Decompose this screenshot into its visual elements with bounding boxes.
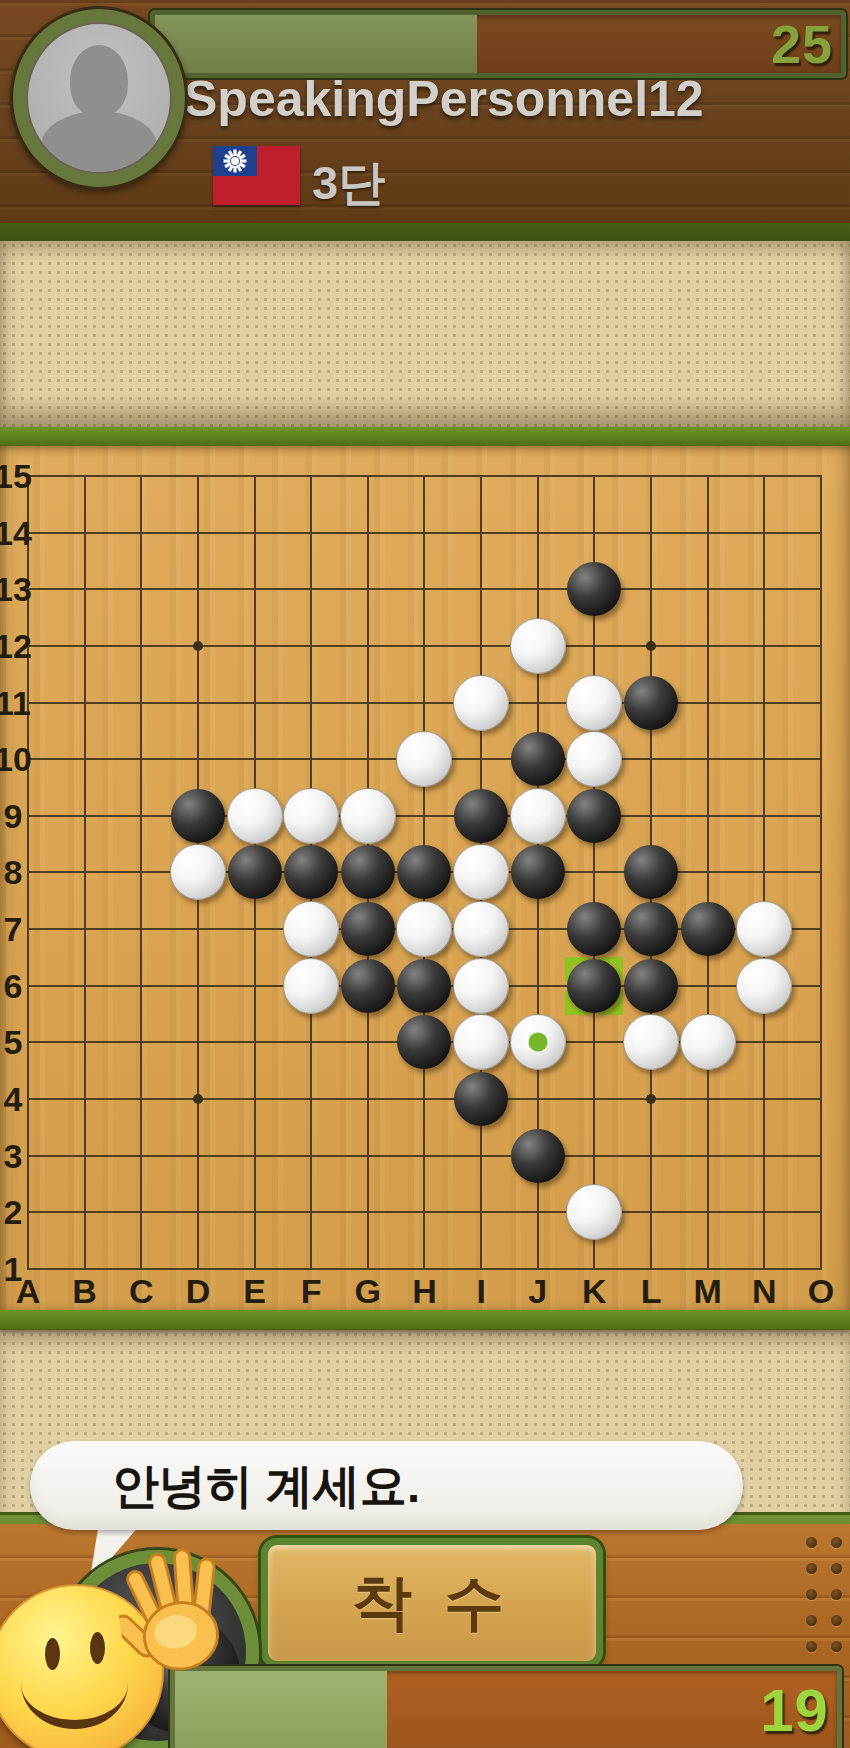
wood-screw-dot	[806, 1589, 817, 1600]
grid-horizontal-line	[27, 1155, 822, 1157]
opponent-timer-bar: 25	[150, 10, 846, 78]
grid-vertical-line	[820, 475, 822, 1270]
white-stone-D8	[170, 844, 226, 900]
wood-screw-dot	[831, 1641, 842, 1652]
black-stone-G7	[341, 902, 395, 956]
black-stone-G6	[341, 959, 395, 1013]
row-label-12: 12	[0, 626, 32, 665]
black-stone-I4	[454, 1072, 508, 1126]
wood-screw-dot	[831, 1537, 842, 1548]
player-timer-bar: 19	[170, 1666, 842, 1748]
opponent-timer-fill	[155, 15, 477, 73]
column-label-O: O	[808, 1271, 834, 1310]
grid-horizontal-line	[27, 1098, 822, 1100]
row-label-5: 5	[4, 1023, 23, 1062]
column-label-B: B	[72, 1271, 97, 1310]
place-stone-button-label: 착 수	[352, 1563, 513, 1644]
white-stone-I6	[453, 958, 509, 1014]
row-label-13: 13	[0, 570, 32, 609]
player-timer-value: 19	[760, 1676, 829, 1745]
black-stone-J8	[511, 845, 565, 899]
row-label-8: 8	[4, 853, 23, 892]
row-label-10: 10	[0, 740, 32, 779]
white-stone-F9	[283, 788, 339, 844]
white-stone-M5	[680, 1014, 736, 1070]
column-label-E: E	[243, 1271, 266, 1310]
black-stone-F8	[284, 845, 338, 899]
column-label-J: J	[528, 1271, 547, 1310]
black-stone-K9	[567, 789, 621, 843]
white-stone-N7	[736, 901, 792, 957]
grid-horizontal-line	[27, 1211, 822, 1213]
white-stone-H7	[396, 901, 452, 957]
row-label-15: 15	[0, 457, 32, 496]
white-stone-J9	[510, 788, 566, 844]
black-stone-K6	[567, 959, 621, 1013]
star-point-D12	[193, 641, 203, 651]
white-stone-K11	[566, 675, 622, 731]
white-stone-H10	[396, 731, 452, 787]
row-label-4: 4	[4, 1080, 23, 1119]
black-stone-H6	[397, 959, 451, 1013]
white-stone-G9	[340, 788, 396, 844]
column-label-F: F	[301, 1271, 322, 1310]
place-stone-button[interactable]: 착 수	[261, 1538, 603, 1668]
black-stone-K7	[567, 902, 621, 956]
taiwan-flag-icon	[213, 146, 300, 205]
wood-screw-dot	[806, 1563, 817, 1574]
black-stone-G8	[341, 845, 395, 899]
white-stone-I8	[453, 844, 509, 900]
upper-background	[0, 241, 850, 427]
wood-screw-dot	[831, 1589, 842, 1600]
white-stone-K10	[566, 731, 622, 787]
row-label-2: 2	[4, 1193, 23, 1232]
wood-screw-dot	[806, 1641, 817, 1652]
black-stone-K13	[567, 562, 621, 616]
go-board[interactable]: 151413121110987654321ABCDEFGHIJKLMNO	[0, 446, 850, 1310]
row-label-6: 6	[4, 966, 23, 1005]
white-stone-F6	[283, 958, 339, 1014]
black-stone-J3	[511, 1129, 565, 1183]
wood-screw-dot	[806, 1615, 817, 1626]
star-point-L4	[646, 1094, 656, 1104]
column-label-C: C	[129, 1271, 154, 1310]
black-stone-L11	[624, 676, 678, 730]
white-stone-L5	[623, 1014, 679, 1070]
header-divider	[0, 223, 850, 241]
player-timer-fill	[175, 1671, 387, 1748]
row-label-7: 7	[4, 910, 23, 949]
star-point-L12	[646, 641, 656, 651]
black-stone-H5	[397, 1015, 451, 1069]
column-label-I: I	[476, 1271, 485, 1310]
board-frame-bottom	[0, 1310, 850, 1330]
column-label-G: G	[355, 1271, 381, 1310]
column-label-N: N	[752, 1271, 777, 1310]
opponent-avatar[interactable]	[10, 6, 188, 190]
white-stone-K2	[566, 1184, 622, 1240]
wood-screw-dot	[831, 1563, 842, 1574]
white-stone-F7	[283, 901, 339, 957]
white-stone-J12	[510, 618, 566, 674]
grid-horizontal-line	[27, 1268, 822, 1270]
column-label-L: L	[641, 1271, 662, 1310]
wood-screw-dot	[831, 1615, 842, 1626]
row-label-14: 14	[0, 513, 32, 552]
black-stone-H8	[397, 845, 451, 899]
black-stone-L6	[624, 959, 678, 1013]
board-frame-top	[0, 427, 850, 447]
column-label-H: H	[412, 1271, 437, 1310]
white-stone-E9	[227, 788, 283, 844]
white-stone-I11	[453, 675, 509, 731]
black-stone-D9	[171, 789, 225, 843]
opponent-rank: 3단	[312, 152, 385, 215]
grid-vertical-line	[707, 475, 709, 1270]
waving-hand-icon	[109, 1526, 250, 1684]
black-stone-L8	[624, 845, 678, 899]
column-label-A: A	[16, 1271, 41, 1310]
gomoku-app-screen: 25 SpeakingPersonnel12 3단 15141312111098…	[0, 0, 850, 1748]
black-stone-M7	[681, 902, 735, 956]
white-stone-N6	[736, 958, 792, 1014]
row-label-9: 9	[4, 796, 23, 835]
grid-vertical-line	[763, 475, 765, 1270]
black-stone-J10	[511, 732, 565, 786]
last-move-dot-marker-J5	[528, 1033, 547, 1052]
avatar-placeholder-icon	[26, 22, 172, 174]
black-stone-I9	[454, 789, 508, 843]
white-stone-I7	[453, 901, 509, 957]
opponent-timer-value: 25	[771, 13, 833, 75]
row-label-3: 3	[4, 1136, 23, 1175]
column-label-M: M	[694, 1271, 722, 1310]
chat-bubble: 안녕히 계세요.	[30, 1441, 743, 1530]
column-label-D: D	[186, 1271, 211, 1310]
black-stone-L7	[624, 902, 678, 956]
star-point-D4	[193, 1094, 203, 1104]
wood-screw-dot	[806, 1537, 817, 1548]
white-stone-I5	[453, 1014, 509, 1070]
column-label-K: K	[582, 1271, 607, 1310]
chat-message: 안녕히 계세요.	[112, 1454, 420, 1517]
black-stone-E8	[228, 845, 282, 899]
opponent-username: SpeakingPersonnel12	[184, 70, 704, 128]
row-label-11: 11	[0, 683, 31, 722]
